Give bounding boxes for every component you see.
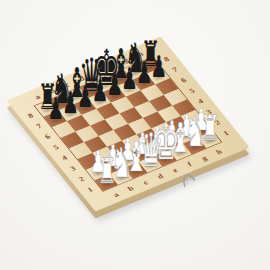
coord-rank-6-left: 6 (43, 132, 52, 140)
coord-rank-7-right: 7 (170, 65, 179, 73)
coord-file-h-bottom: h (214, 148, 223, 156)
coord-file-a-bottom: a (111, 190, 120, 198)
coord-rank-7-left: 7 (34, 122, 43, 130)
coord-rank-1-right: 1 (221, 129, 230, 137)
coord-rank-4-left: 4 (60, 154, 69, 162)
chess-set-photo: aabbccddeeffgghh1122334455667788 ♜♞♝♛♚♝♞… (0, 0, 270, 270)
coord-rank-5-right: 5 (187, 87, 196, 95)
coord-rank-5-left: 5 (51, 143, 60, 151)
coord-rank-8-left: 8 (26, 111, 35, 119)
white-rook-a1: ♜ (96, 154, 115, 189)
coord-rank-2-left: 2 (77, 175, 86, 183)
coord-rank-1-left: 1 (85, 185, 94, 193)
black-pawn-a7: ♟ (47, 94, 64, 124)
coord-rank-3-left: 3 (68, 164, 77, 172)
coord-rank-6-right: 6 (179, 76, 188, 84)
square-a1: ♜ (95, 174, 118, 191)
chess-board: aabbccddeeffgghh1122334455667788 ♜♞♝♛♚♝♞… (6, 36, 249, 211)
